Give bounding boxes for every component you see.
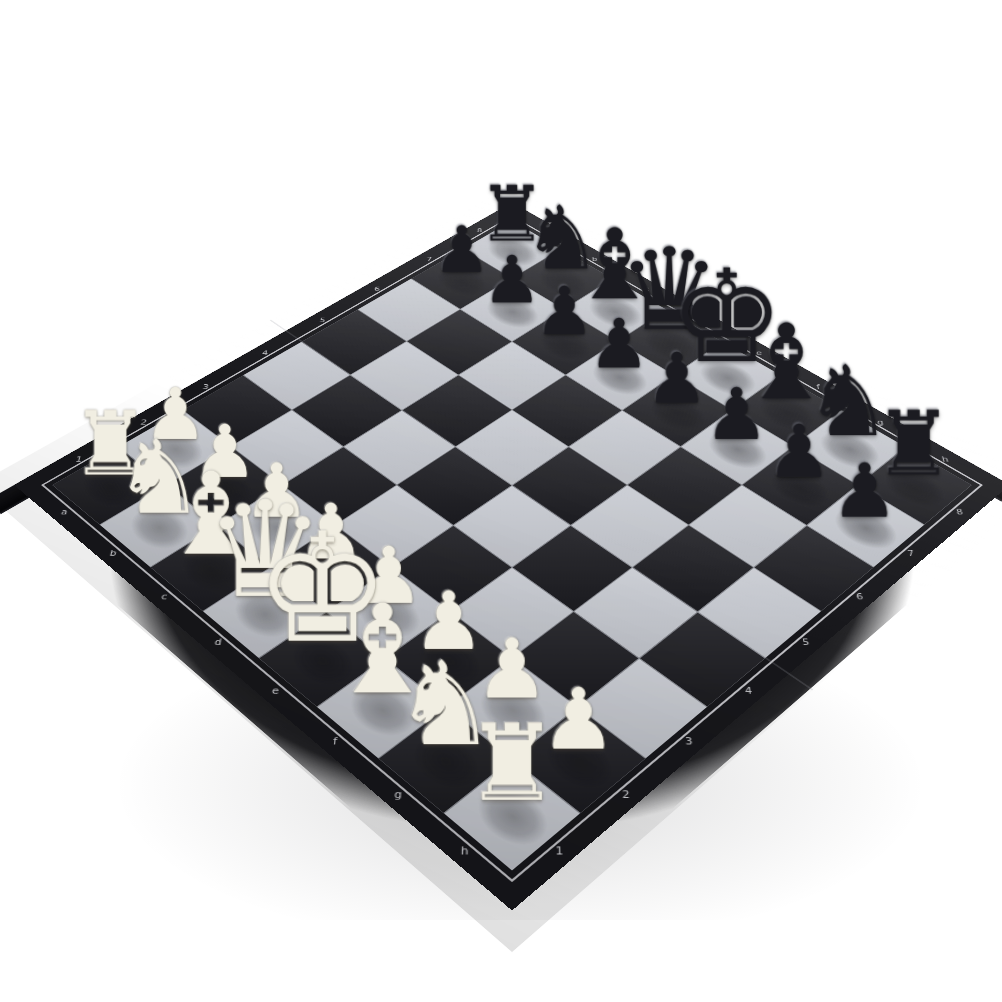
white-rook-piece: ♜ — [464, 711, 559, 817]
black-pawn-piece: ♟ — [589, 310, 650, 378]
file-label-g-near: g — [395, 789, 403, 800]
black-pawn-piece: ♟ — [433, 217, 490, 281]
product-photo-stage: ♜♞♝♛♚♝♞♜♟♟♟♟♟♟♟♟♟♟♟♟♟♟♟♟♜♞♝♛♚♝♞♜ aabbccd… — [0, 0, 1002, 1002]
black-pawn-piece: ♟ — [535, 278, 595, 345]
black-pawn-piece: ♟ — [645, 343, 708, 413]
black-pawn-piece: ♟ — [767, 415, 832, 488]
black-pawn-piece: ♟ — [483, 247, 542, 312]
black-pawn-piece: ♟ — [705, 378, 769, 449]
rank-label-6-left: 6 — [374, 286, 380, 292]
rank-label-2-right: 2 — [621, 789, 629, 800]
black-pawn-piece: ♟ — [831, 453, 898, 528]
